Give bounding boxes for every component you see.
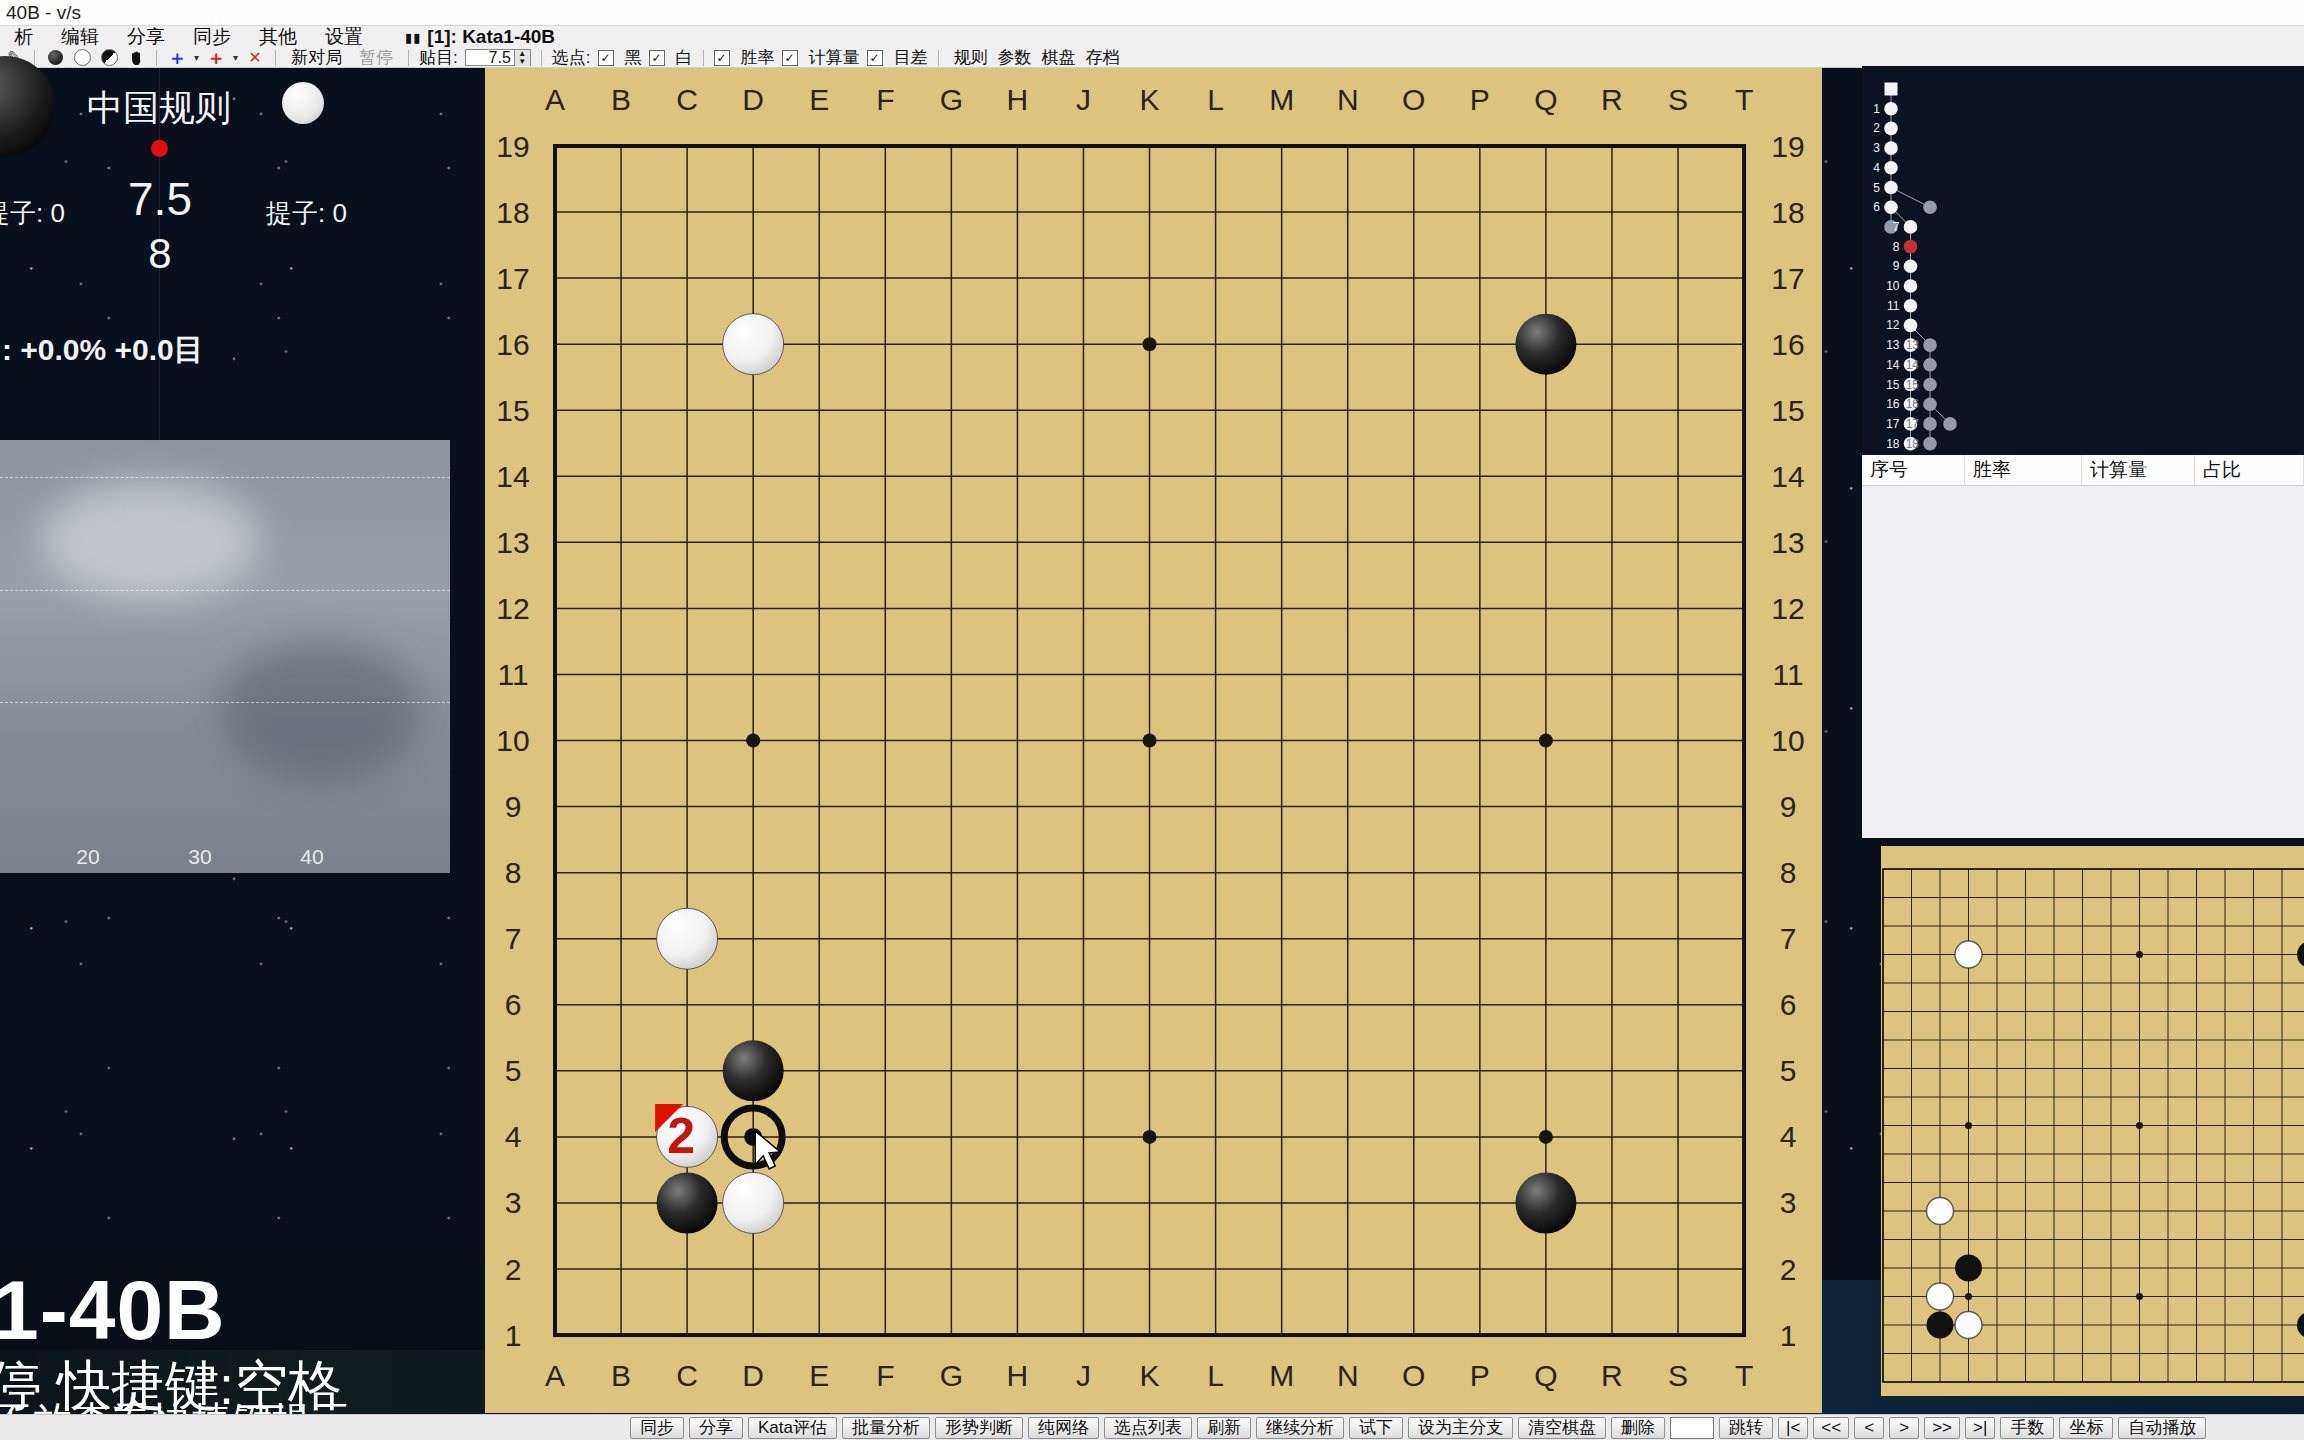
- coord-letter: C: [676, 83, 698, 116]
- coord-letter: M: [1269, 83, 1294, 116]
- coord-letter: C: [676, 1359, 698, 1392]
- menu-item-edit[interactable]: 编辑: [47, 26, 113, 47]
- star-point: [1539, 734, 1553, 748]
- main-svg[interactable]: AABBCCDDEEFFGGHHJJKKLLMMNNOOPPQQRRSSTT19…: [485, 68, 1822, 1413]
- tree-move-number: 14: [1886, 358, 1900, 372]
- checkbox-visits-label: 计算量: [809, 46, 860, 69]
- candidate-list-button[interactable]: 选点列表: [1104, 1417, 1192, 1439]
- star-point: [1965, 1293, 1972, 1300]
- tree-node-5[interactable]: [1884, 181, 1898, 195]
- coord-number: 2: [505, 1253, 522, 1286]
- coord-number: 9: [1780, 790, 1797, 823]
- coord-letter: T: [1735, 83, 1753, 116]
- checkbox-winrate-label: 胜率: [741, 46, 775, 69]
- stone-white-D16: [1955, 941, 1982, 968]
- menu-bar: 析编辑分享同步其他设置 ▮▮ [1]: Kata1-40B: [0, 26, 2304, 48]
- coord-letter: Q: [1534, 83, 1557, 116]
- stone-white-C7: [657, 908, 718, 969]
- coord-letter: Q: [1534, 1359, 1557, 1392]
- graph-texture: [220, 640, 420, 780]
- tree-move-number: 15: [1886, 378, 1900, 392]
- tree-move-number: 18: [1906, 437, 1920, 451]
- star-point: [1143, 734, 1157, 748]
- tree-move-number: 5: [1873, 181, 1880, 195]
- tree-move-number: 6: [1873, 200, 1880, 214]
- tree-node-7[interactable]: [1904, 220, 1918, 234]
- tree-move-number: 10: [1886, 279, 1900, 293]
- graph-tick-20: 20: [76, 845, 99, 869]
- coord-number: 18: [1771, 196, 1804, 229]
- star-point: [1143, 337, 1157, 351]
- checkbox-scorediff-label: 目差: [894, 46, 928, 69]
- separator: [938, 50, 939, 66]
- coord-number: 5: [1780, 1054, 1797, 1087]
- coord-number: 15: [1771, 394, 1804, 427]
- coord-letter: N: [1337, 83, 1359, 116]
- coord-number: 12: [1771, 592, 1804, 625]
- coord-number: 3: [1780, 1186, 1797, 1219]
- coord-number: 17: [1771, 262, 1804, 295]
- star-point: [746, 734, 760, 748]
- star-point: [2136, 1293, 2143, 1300]
- graph-gridline: [0, 590, 450, 591]
- coord-letter: G: [940, 1359, 963, 1392]
- tree-node-17[interactable]: [1923, 417, 1937, 431]
- stone-black-D5: [723, 1040, 784, 1101]
- white-captures: 提子: 0: [266, 196, 347, 231]
- checkbox-visits[interactable]: ✓: [782, 50, 798, 66]
- coord-number: 1: [505, 1319, 522, 1352]
- coord-letter: L: [1207, 83, 1224, 116]
- coord-letter: P: [1470, 1359, 1490, 1392]
- mini-board-preview[interactable]: [1881, 846, 2304, 1396]
- coord-number: 9: [505, 790, 522, 823]
- coord-letter: G: [940, 83, 963, 116]
- coord-number: 13: [496, 526, 529, 559]
- to-move-indicator: [151, 140, 168, 157]
- rules-label: 中国规则: [0, 84, 318, 133]
- checkbox-white-points[interactable]: ✓: [649, 50, 665, 66]
- stone-black-Q3: [1515, 1172, 1576, 1233]
- checkbox-scorediff[interactable]: ✓: [867, 50, 883, 66]
- back-1-button[interactable]: <: [1854, 1417, 1884, 1439]
- coord-letter: K: [1140, 83, 1160, 116]
- coord-letter: E: [809, 83, 829, 116]
- back-10-button[interactable]: <<: [1813, 1417, 1849, 1439]
- katago-analysis-app: { "window": {"title": "40B - v/s"}, "men…: [0, 0, 2304, 1440]
- tree-move-number: 13: [1906, 338, 1920, 352]
- coord-number: 16: [496, 328, 529, 361]
- coord-number: 2: [1780, 1253, 1797, 1286]
- table-header-0[interactable]: 序号: [1862, 455, 1965, 485]
- move-label-2: 2: [667, 1108, 695, 1164]
- checkbox-black-points-label: 黑: [625, 46, 642, 69]
- tree-root-node[interactable]: [1885, 83, 1898, 96]
- tree-node-4[interactable]: [1884, 161, 1898, 175]
- session-title: [1]: Kata1-40B: [427, 26, 555, 48]
- tree-node-2[interactable]: [1884, 122, 1898, 136]
- stone-black-Q16: [1515, 314, 1576, 375]
- share-button[interactable]: 分享: [689, 1417, 743, 1439]
- tree-node-14[interactable]: [1923, 358, 1937, 372]
- coord-letter: R: [1601, 83, 1623, 116]
- komi-value[interactable]: 7.5: [465, 49, 515, 66]
- coord-number: 13: [1771, 526, 1804, 559]
- coord-letter: L: [1207, 1359, 1224, 1392]
- star-point: [1143, 1130, 1157, 1144]
- analysis-table-header: 序号胜率计算量占比: [1862, 455, 2304, 486]
- tree-move-number: 7: [1893, 220, 1900, 234]
- tree-node-1[interactable]: [1884, 102, 1898, 116]
- toolbar-menu-board[interactable]: 棋盘: [1037, 48, 1081, 67]
- checkbox-black-points[interactable]: ✓: [598, 50, 614, 66]
- trial-play-button[interactable]: 试下: [1349, 1417, 1403, 1439]
- engine-name-label: 1-40B: [0, 1262, 226, 1359]
- autoplay-button[interactable]: 自动播放: [2118, 1417, 2206, 1439]
- coord-letter: B: [611, 1359, 631, 1392]
- coord-letter: K: [1140, 1359, 1160, 1392]
- tree-node-var-25[interactable]: [1943, 417, 1957, 431]
- komi-display: 7.5: [60, 172, 260, 226]
- coord-number: 15: [496, 394, 529, 427]
- tree-node-var-7[interactable]: [1923, 200, 1937, 214]
- coord-number: 7: [505, 922, 522, 955]
- mini-svg[interactable]: [1881, 846, 2304, 1396]
- star-point: [1539, 1130, 1553, 1144]
- menu-item-analysis[interactable]: 析: [0, 26, 47, 47]
- tree-move-number: 17: [1886, 417, 1900, 431]
- coord-letter: T: [1735, 1359, 1753, 1392]
- coord-letter: P: [1470, 83, 1490, 116]
- coord-letter: O: [1402, 83, 1425, 116]
- coord-number: 8: [505, 856, 522, 889]
- tree-node-10[interactable]: [1904, 279, 1918, 293]
- toolbar-menu-params[interactable]: 参数: [993, 48, 1037, 67]
- coord-number: 3: [505, 1186, 522, 1219]
- coord-number: 10: [496, 724, 529, 757]
- coord-number: 6: [1780, 988, 1797, 1021]
- coord-letter: F: [876, 1359, 894, 1392]
- jump-button[interactable]: 跳转: [1719, 1417, 1773, 1439]
- session-label: ▮▮ [1]: Kata1-40B: [405, 26, 555, 48]
- graph-tick-40: 40: [300, 845, 323, 869]
- table-header-3[interactable]: 占比: [2195, 455, 2304, 485]
- batch-analysis-button[interactable]: 批量分析: [842, 1417, 930, 1439]
- raw-network-button[interactable]: 纯网络: [1028, 1417, 1099, 1439]
- coord-letter: A: [545, 1359, 565, 1392]
- tree-move-number: 15: [1906, 378, 1920, 392]
- graph-tick-30: 30: [188, 845, 211, 869]
- stone-black-D5: [1955, 1255, 1982, 1282]
- coord-number: 4: [505, 1120, 522, 1153]
- star-point: [1965, 1122, 1972, 1129]
- tree-move-number: 9: [1893, 259, 1900, 273]
- coord-number: 4: [1780, 1120, 1797, 1153]
- table-header-1[interactable]: 胜率: [1965, 455, 2082, 485]
- coord-number: 14: [1771, 460, 1804, 493]
- move-tree-panel[interactable]: 123456789101112131314141515161617171818: [1862, 66, 2304, 455]
- tree-node-6[interactable]: [1884, 200, 1898, 214]
- tree-node-18[interactable]: [1923, 437, 1937, 451]
- stone-white-C4: [1927, 1283, 1954, 1310]
- sync-button[interactable]: 同步: [630, 1417, 684, 1439]
- coord-letter: H: [1007, 83, 1029, 116]
- graph-gridline: [0, 477, 450, 478]
- set-main-branch-button[interactable]: 设为主分支: [1408, 1417, 1513, 1439]
- territory-estimate-button[interactable]: 形势判断: [935, 1417, 1023, 1439]
- checkbox-winrate[interactable]: ✓: [714, 50, 730, 66]
- star-point: [2136, 1122, 2143, 1129]
- tree-move-number: 17: [1906, 417, 1920, 431]
- tree-node-15[interactable]: [1923, 378, 1937, 392]
- coord-number: 6: [505, 988, 522, 1021]
- clear-board-button[interactable]: 清空棋盘: [1518, 1417, 1606, 1439]
- coord-letter: S: [1668, 1359, 1688, 1392]
- coord-number: 19: [1771, 130, 1804, 163]
- stone-white-C7: [1927, 1198, 1954, 1225]
- move-numbers-button[interactable]: 手数: [2000, 1417, 2054, 1439]
- go-end-button[interactable]: >|: [1965, 1417, 1995, 1439]
- coord-letter: R: [1601, 1359, 1623, 1392]
- graph-gridline: [0, 702, 450, 703]
- coord-number: 18: [496, 196, 529, 229]
- stone-black-C3: [1927, 1312, 1954, 1339]
- coordinates-button[interactable]: 坐标: [2059, 1417, 2113, 1439]
- fwd-10-button[interactable]: >>: [1924, 1417, 1960, 1439]
- coord-number: 8: [1780, 856, 1797, 889]
- coord-letter: N: [1337, 1359, 1359, 1392]
- tree-move-number: 1: [1873, 102, 1880, 116]
- tree-move-number: 13: [1886, 338, 1900, 352]
- stone-white-D3: [723, 1172, 784, 1233]
- jump-move-input[interactable]: [1670, 1417, 1714, 1439]
- separator: [703, 50, 704, 66]
- coord-letter: J: [1076, 83, 1091, 116]
- tree-move-number: 16: [1886, 397, 1900, 411]
- main-go-board[interactable]: AABBCCDDEEFFGGHHJJKKLLMMNNOOPPQQRRSSTT19…: [485, 68, 1822, 1413]
- title-bar: 40B - v/s: [0, 0, 2304, 26]
- go-start-button[interactable]: |<: [1778, 1417, 1808, 1439]
- analysis-table: 序号胜率计算量占比: [1862, 455, 2304, 838]
- graph-texture: [40, 480, 260, 600]
- coord-letter: B: [611, 83, 631, 116]
- tree-node-3[interactable]: [1884, 141, 1898, 155]
- komi-spin-arrows[interactable]: ▲▼: [515, 49, 531, 66]
- coord-letter: A: [545, 83, 565, 116]
- continue-analysis-button[interactable]: 继续分析: [1256, 1417, 1344, 1439]
- table-header-2[interactable]: 计算量: [2082, 455, 2195, 485]
- black-captures: 提子: 0: [0, 196, 65, 231]
- tree-move-number: 11: [1887, 299, 1900, 313]
- coord-number: 7: [1780, 922, 1797, 955]
- coord-number: 14: [496, 460, 529, 493]
- coord-letter: J: [1076, 1359, 1091, 1392]
- coord-letter: E: [809, 1359, 829, 1392]
- tree-node-13[interactable]: [1923, 338, 1937, 352]
- move-tree-svg[interactable]: 123456789101112131314141515161617171818: [1862, 66, 2304, 455]
- winrate-graph[interactable]: 203040: [0, 440, 450, 873]
- tree-move-number: 16: [1906, 397, 1920, 411]
- coord-number: 11: [497, 658, 528, 691]
- tree-node-16[interactable]: [1923, 397, 1937, 411]
- kata-eval-button[interactable]: Kata评估: [748, 1417, 837, 1439]
- coord-letter: M: [1269, 1359, 1294, 1392]
- toolbar-menu-rules[interactable]: 规则: [949, 48, 993, 67]
- toolbar-menu-archive[interactable]: 存档: [1081, 48, 1125, 67]
- coord-letter: S: [1668, 83, 1688, 116]
- coord-letter: D: [742, 1359, 764, 1392]
- points-label: 选点:: [552, 46, 591, 69]
- move-number-display: 8: [60, 230, 260, 278]
- window-title: 40B - v/s: [6, 2, 81, 24]
- coord-letter: O: [1402, 1359, 1425, 1392]
- score-estimate-text: : +0.0% +0.0目: [2, 330, 204, 371]
- coord-number: 10: [1771, 724, 1804, 757]
- coord-number: 5: [505, 1054, 522, 1087]
- komi-spinbox[interactable]: 7.5 ▲▼: [465, 49, 531, 66]
- coord-number: 16: [1771, 328, 1804, 361]
- tree-node-12[interactable]: [1904, 319, 1918, 333]
- coord-number: 12: [496, 592, 529, 625]
- bottom-tool-bar: 同步分享Kata评估批量分析形势判断纯网络选点列表刷新继续分析试下设为主分支清空…: [0, 1414, 2304, 1440]
- fwd-1-button[interactable]: >: [1889, 1417, 1919, 1439]
- coord-number: 1: [1780, 1319, 1797, 1352]
- coord-number: 19: [496, 130, 529, 163]
- delete-button[interactable]: 删除: [1611, 1417, 1665, 1439]
- tree-move-number: 12: [1886, 318, 1900, 332]
- tree-node-9[interactable]: [1904, 260, 1918, 274]
- menu-item-settings[interactable]: 设置: [311, 26, 377, 47]
- tree-node-8-current[interactable]: [1904, 240, 1918, 254]
- tree-move-number: 4: [1873, 161, 1880, 175]
- tree-move-number: 3: [1873, 141, 1880, 155]
- coord-letter: F: [876, 83, 894, 116]
- tree-move-number: 14: [1906, 358, 1920, 372]
- tree-move-number: 2: [1873, 121, 1880, 135]
- toolbar-menus: 规则参数棋盘存档: [949, 46, 1125, 69]
- tree-node-11[interactable]: [1904, 299, 1918, 313]
- stone-white-D3: [1955, 1312, 1982, 1339]
- coord-number: 11: [1772, 658, 1803, 691]
- stone-white-D16: [723, 314, 784, 375]
- stone-black-C3: [657, 1172, 718, 1233]
- coord-letter: D: [742, 83, 764, 116]
- coord-number: 17: [496, 262, 529, 295]
- tree-move-number: 18: [1886, 437, 1900, 451]
- tree-move-number: 8: [1893, 240, 1900, 254]
- refresh-button[interactable]: 刷新: [1197, 1417, 1251, 1439]
- pause-icon: ▮▮: [405, 30, 421, 45]
- separator: [541, 50, 542, 66]
- coord-letter: H: [1007, 1359, 1029, 1392]
- checkbox-white-points-label: 白: [676, 46, 693, 69]
- menu-item-other[interactable]: 其他: [245, 26, 311, 47]
- star-point: [2136, 951, 2143, 958]
- spin-down-icon[interactable]: ▼: [515, 58, 530, 66]
